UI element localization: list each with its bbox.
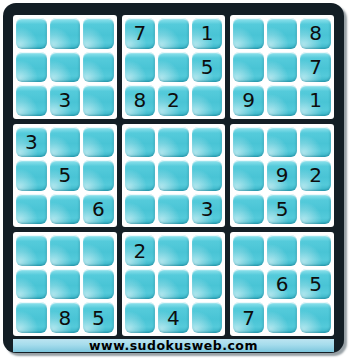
- footer-band: www.sudokusweb.com: [13, 339, 334, 352]
- cell-r9c1[interactable]: [16, 302, 47, 333]
- given-digit: 3: [25, 132, 38, 152]
- box-7: 85: [13, 232, 117, 336]
- cell-r3c6[interactable]: [192, 85, 223, 116]
- given-digit: 6: [276, 274, 289, 294]
- cell-r5c7[interactable]: [233, 160, 264, 191]
- cell-r8c9[interactable]: 5: [300, 269, 331, 300]
- given-digit: 3: [201, 199, 214, 219]
- cell-r5c5[interactable]: [158, 160, 189, 191]
- cell-r6c1[interactable]: [16, 194, 47, 225]
- box-2: 71582: [122, 15, 226, 119]
- cell-r2c1[interactable]: [16, 52, 47, 83]
- cell-r7c1[interactable]: [16, 235, 47, 266]
- box-8: 24: [122, 232, 226, 336]
- cell-r7c8[interactable]: [267, 235, 298, 266]
- given-digit: 8: [58, 308, 71, 328]
- given-digit: 7: [309, 57, 322, 77]
- given-digit: 2: [167, 90, 180, 110]
- cell-r5c3[interactable]: [83, 160, 114, 191]
- cell-r1c6[interactable]: 1: [192, 18, 223, 49]
- cell-r1c7[interactable]: [233, 18, 264, 49]
- cell-r9c7[interactable]: 7: [233, 302, 264, 333]
- cell-r5c2[interactable]: 5: [50, 160, 81, 191]
- cell-r7c9[interactable]: [300, 235, 331, 266]
- cell-r6c8[interactable]: 5: [267, 194, 298, 225]
- cell-r4c8[interactable]: [267, 127, 298, 158]
- cell-r8c6[interactable]: [192, 269, 223, 300]
- given-digit: 3: [58, 90, 71, 110]
- cell-r2c5[interactable]: [158, 52, 189, 83]
- given-digit: 5: [58, 165, 71, 185]
- cell-r5c1[interactable]: [16, 160, 47, 191]
- cell-r5c6[interactable]: [192, 160, 223, 191]
- given-digit: 6: [92, 199, 105, 219]
- cell-r6c5[interactable]: [158, 194, 189, 225]
- cell-r9c3[interactable]: 5: [83, 302, 114, 333]
- cell-r4c3[interactable]: [83, 127, 114, 158]
- given-digit: 4: [167, 308, 180, 328]
- cell-r1c5[interactable]: [158, 18, 189, 49]
- cell-r4c2[interactable]: [50, 127, 81, 158]
- cell-r6c2[interactable]: [50, 194, 81, 225]
- given-digit: 2: [134, 241, 147, 261]
- cell-r1c8[interactable]: [267, 18, 298, 49]
- cell-r8c5[interactable]: [158, 269, 189, 300]
- cell-r3c2[interactable]: 3: [50, 85, 81, 116]
- cell-r9c8[interactable]: [267, 302, 298, 333]
- given-digit: 1: [201, 23, 214, 43]
- given-digit: 5: [309, 274, 322, 294]
- given-digit: 8: [134, 90, 147, 110]
- cell-r6c9[interactable]: [300, 194, 331, 225]
- given-digit: 5: [92, 308, 105, 328]
- cell-r1c3[interactable]: [83, 18, 114, 49]
- cell-r7c2[interactable]: [50, 235, 81, 266]
- cell-r9c4[interactable]: [125, 302, 156, 333]
- box-5: 3: [122, 124, 226, 228]
- cell-r2c6[interactable]: 5: [192, 52, 223, 83]
- given-digit: 5: [276, 199, 289, 219]
- cell-r4c5[interactable]: [158, 127, 189, 158]
- cell-r7c7[interactable]: [233, 235, 264, 266]
- given-digit: 7: [242, 308, 255, 328]
- cell-r4c1[interactable]: 3: [16, 127, 47, 158]
- cell-r1c4[interactable]: 7: [125, 18, 156, 49]
- cell-r2c7[interactable]: [233, 52, 264, 83]
- cell-r3c9[interactable]: 1: [300, 85, 331, 116]
- cell-r8c1[interactable]: [16, 269, 47, 300]
- cell-r4c4[interactable]: [125, 127, 156, 158]
- cell-r4c9[interactable]: [300, 127, 331, 158]
- cell-r3c4[interactable]: 8: [125, 85, 156, 116]
- cell-r2c8[interactable]: [267, 52, 298, 83]
- cell-r3c3[interactable]: [83, 85, 114, 116]
- cell-r5c9[interactable]: 2: [300, 160, 331, 191]
- given-digit: 5: [201, 57, 214, 77]
- box-9: 657: [230, 232, 334, 336]
- cell-r8c4[interactable]: [125, 269, 156, 300]
- cell-r1c2[interactable]: [50, 18, 81, 49]
- cell-r8c8[interactable]: 6: [267, 269, 298, 300]
- cell-r7c5[interactable]: [158, 235, 189, 266]
- cell-r1c9[interactable]: 8: [300, 18, 331, 49]
- cell-r9c2[interactable]: 8: [50, 302, 81, 333]
- cell-r3c1[interactable]: [16, 85, 47, 116]
- cell-r4c6[interactable]: [192, 127, 223, 158]
- cell-r6c3[interactable]: 6: [83, 194, 114, 225]
- given-digit: 8: [309, 23, 322, 43]
- cell-r6c6[interactable]: 3: [192, 194, 223, 225]
- given-digit: 2: [309, 165, 322, 185]
- cell-r4c7[interactable]: [233, 127, 264, 158]
- website-link[interactable]: www.sudokusweb.com: [89, 338, 258, 353]
- cell-r7c6[interactable]: [192, 235, 223, 266]
- cell-r8c2[interactable]: [50, 269, 81, 300]
- cell-r6c4[interactable]: [125, 194, 156, 225]
- cell-r3c5[interactable]: 2: [158, 85, 189, 116]
- cell-r2c3[interactable]: [83, 52, 114, 83]
- cell-r2c9[interactable]: 7: [300, 52, 331, 83]
- given-digit: 7: [134, 23, 147, 43]
- cell-r5c8[interactable]: 9: [267, 160, 298, 191]
- cell-r9c6[interactable]: [192, 302, 223, 333]
- given-digit: 9: [242, 90, 255, 110]
- cell-r7c3[interactable]: [83, 235, 114, 266]
- given-digit: 1: [309, 90, 322, 110]
- cell-r3c7[interactable]: 9: [233, 85, 264, 116]
- cell-r8c7[interactable]: [233, 269, 264, 300]
- cell-r7c4[interactable]: 2: [125, 235, 156, 266]
- box-3: 8791: [230, 15, 334, 119]
- cell-r6c7[interactable]: [233, 194, 264, 225]
- cell-r8c3[interactable]: [83, 269, 114, 300]
- box-4: 356: [13, 124, 117, 228]
- box-6: 925: [230, 124, 334, 228]
- sudoku-board: 371582879135639258524657: [13, 15, 334, 336]
- cell-r9c5[interactable]: 4: [158, 302, 189, 333]
- box-1: 3: [13, 15, 117, 119]
- cell-r2c4[interactable]: [125, 52, 156, 83]
- cell-r1c1[interactable]: [16, 18, 47, 49]
- cell-r9c9[interactable]: [300, 302, 331, 333]
- cell-r3c8[interactable]: [267, 85, 298, 116]
- cell-r2c2[interactable]: [50, 52, 81, 83]
- given-digit: 9: [276, 165, 289, 185]
- cell-r5c4[interactable]: [125, 160, 156, 191]
- sudoku-board-frame: 371582879135639258524657 www.sudokusweb.…: [3, 3, 344, 353]
